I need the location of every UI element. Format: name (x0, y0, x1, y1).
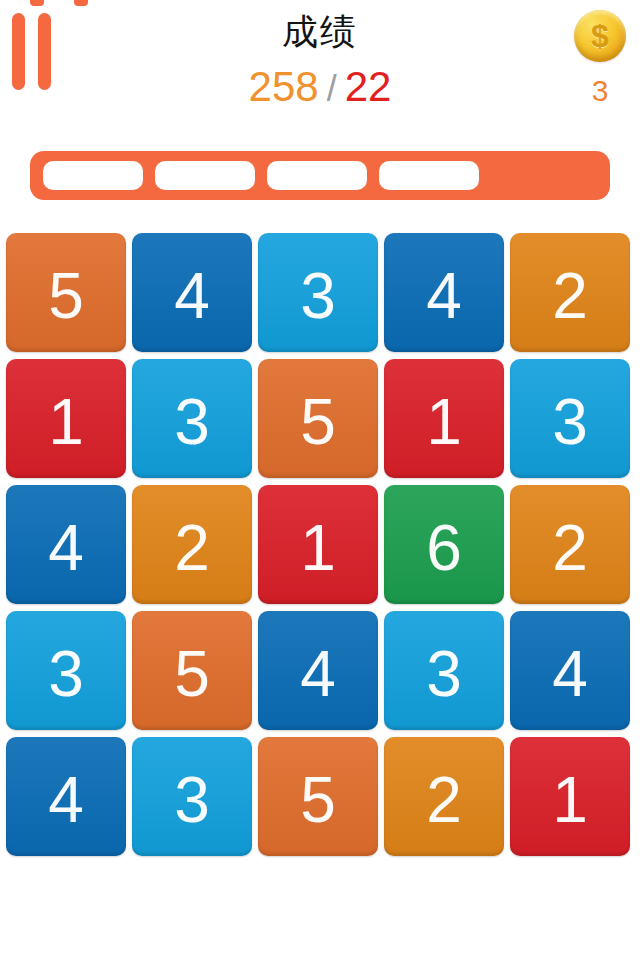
top-edge-artifact (30, 0, 44, 6)
tile-r4c3[interactable]: 4 (258, 611, 378, 730)
coin-count: 3 (574, 74, 626, 108)
dollar-sign-icon: $ (591, 18, 609, 55)
progress-segment-filled (155, 161, 255, 190)
tile-r5c1[interactable]: 4 (6, 737, 126, 856)
coin-display[interactable]: $ 3 (574, 10, 626, 108)
app-screen: 成绩 258/22 $ 3 5434213513421623543443521 (0, 0, 640, 960)
tile-r4c1[interactable]: 3 (6, 611, 126, 730)
score-separator: / (327, 68, 337, 109)
score-right: 22 (345, 63, 392, 110)
tile-r5c4[interactable]: 2 (384, 737, 504, 856)
top-edge-artifact (74, 0, 88, 6)
tile-r1c1[interactable]: 5 (6, 233, 126, 352)
tile-r1c4[interactable]: 4 (384, 233, 504, 352)
tile-r2c5[interactable]: 3 (510, 359, 630, 478)
progress-segment-filled (267, 161, 367, 190)
tile-r2c1[interactable]: 1 (6, 359, 126, 478)
tile-r5c3[interactable]: 5 (258, 737, 378, 856)
progress-bar (30, 151, 610, 200)
coin-icon: $ (574, 10, 626, 62)
tile-r1c3[interactable]: 3 (258, 233, 378, 352)
tile-r4c5[interactable]: 4 (510, 611, 630, 730)
tile-r3c4[interactable]: 6 (384, 485, 504, 604)
score-display: 258/22 (0, 64, 640, 112)
tile-r3c1[interactable]: 4 (6, 485, 126, 604)
progress-segment-filled (43, 161, 143, 190)
tile-r5c2[interactable]: 3 (132, 737, 252, 856)
tile-r1c5[interactable]: 2 (510, 233, 630, 352)
game-board: 5434213513421623543443521 (6, 233, 630, 856)
tile-r4c2[interactable]: 5 (132, 611, 252, 730)
tile-r3c2[interactable]: 2 (132, 485, 252, 604)
tile-r1c2[interactable]: 4 (132, 233, 252, 352)
tile-r5c5[interactable]: 1 (510, 737, 630, 856)
page-title: 成绩 (0, 8, 640, 57)
tile-r2c4[interactable]: 1 (384, 359, 504, 478)
tile-r2c2[interactable]: 3 (132, 359, 252, 478)
tile-r4c4[interactable]: 3 (384, 611, 504, 730)
tile-r3c5[interactable]: 2 (510, 485, 630, 604)
tile-r3c3[interactable]: 1 (258, 485, 378, 604)
tile-r2c3[interactable]: 5 (258, 359, 378, 478)
progress-segment-filled (379, 161, 479, 190)
score-current: 258 (249, 63, 319, 110)
